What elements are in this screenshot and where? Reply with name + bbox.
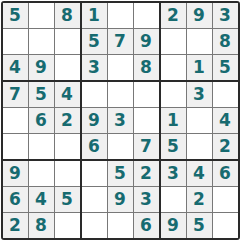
box-6: 31452 (161, 82, 238, 159)
cell-r6c7-given-digit[interactable]: 5 (161, 134, 186, 159)
cell-r2c6-given-digit[interactable]: 9 (134, 29, 159, 54)
cell-r1c9-given-digit[interactable]: 3 (213, 3, 238, 28)
cell-r7c8-given-digit[interactable]: 4 (187, 161, 212, 186)
cell-r9c7-given-digit[interactable]: 9 (161, 213, 186, 238)
cell-r6c2-empty[interactable] (29, 134, 54, 159)
cell-r4c1-given-digit[interactable]: 7 (3, 82, 28, 107)
cell-r8c9-empty[interactable] (213, 187, 238, 212)
box-3: 293815 (161, 3, 238, 80)
cell-r8c2-given-digit[interactable]: 4 (29, 187, 54, 212)
cell-r3c9-given-digit[interactable]: 5 (213, 55, 238, 80)
cell-r8c1-given-digit[interactable]: 6 (3, 187, 28, 212)
cell-r3c4-given-digit[interactable]: 3 (82, 55, 107, 80)
cell-r3c2-given-digit[interactable]: 9 (29, 55, 54, 80)
cell-r6c1-empty[interactable] (3, 134, 28, 159)
cell-r3c3-empty[interactable] (55, 55, 80, 80)
box-8: 52936 (82, 161, 159, 238)
cell-r8c3-given-digit[interactable]: 5 (55, 187, 80, 212)
cell-r1c4-given-digit[interactable]: 1 (82, 3, 107, 28)
sudoku-board: 5849157938293815754629367314529645285293… (1, 1, 240, 240)
cell-r6c8-empty[interactable] (187, 134, 212, 159)
box-5: 9367 (82, 82, 159, 159)
cell-r2c9-given-digit[interactable]: 8 (213, 29, 238, 54)
cell-r6c5-empty[interactable] (108, 134, 133, 159)
cell-r7c9-given-digit[interactable]: 6 (213, 161, 238, 186)
cell-r4c5-empty[interactable] (108, 82, 133, 107)
box-2: 157938 (82, 3, 159, 80)
cell-r2c2-empty[interactable] (29, 29, 54, 54)
cell-r4c6-empty[interactable] (134, 82, 159, 107)
cell-r2c1-empty[interactable] (3, 29, 28, 54)
box-4: 75462 (3, 82, 80, 159)
cell-r4c9-empty[interactable] (213, 82, 238, 107)
cell-r5c9-given-digit[interactable]: 4 (213, 108, 238, 133)
cell-r1c5-empty[interactable] (108, 3, 133, 28)
cell-r9c4-empty[interactable] (82, 213, 107, 238)
cell-r8c8-given-digit[interactable]: 2 (187, 187, 212, 212)
cell-r7c4-empty[interactable] (82, 161, 107, 186)
cell-r8c5-given-digit[interactable]: 9 (108, 187, 133, 212)
cell-r1c2-empty[interactable] (29, 3, 54, 28)
cell-r4c7-empty[interactable] (161, 82, 186, 107)
cell-r9c6-given-digit[interactable]: 6 (134, 213, 159, 238)
cell-r2c5-given-digit[interactable]: 7 (108, 29, 133, 54)
cell-r3c5-empty[interactable] (108, 55, 133, 80)
cell-r2c4-given-digit[interactable]: 5 (82, 29, 107, 54)
cell-r6c3-empty[interactable] (55, 134, 80, 159)
cell-r5c4-given-digit[interactable]: 9 (82, 108, 107, 133)
cell-r4c8-given-digit[interactable]: 3 (187, 82, 212, 107)
cell-r3c8-given-digit[interactable]: 1 (187, 55, 212, 80)
cell-r9c3-empty[interactable] (55, 213, 80, 238)
cell-r9c2-given-digit[interactable]: 8 (29, 213, 54, 238)
cell-r2c7-empty[interactable] (161, 29, 186, 54)
cell-r5c7-given-digit[interactable]: 1 (161, 108, 186, 133)
cell-r2c8-empty[interactable] (187, 29, 212, 54)
cell-r1c8-given-digit[interactable]: 9 (187, 3, 212, 28)
cell-r3c6-given-digit[interactable]: 8 (134, 55, 159, 80)
cell-r5c1-empty[interactable] (3, 108, 28, 133)
cell-r1c1-given-digit[interactable]: 5 (3, 3, 28, 28)
cell-r4c3-given-digit[interactable]: 4 (55, 82, 80, 107)
cell-r9c1-given-digit[interactable]: 2 (3, 213, 28, 238)
cell-r7c5-given-digit[interactable]: 5 (108, 161, 133, 186)
cell-r4c2-given-digit[interactable]: 5 (29, 82, 54, 107)
cell-r1c6-empty[interactable] (134, 3, 159, 28)
sudoku-page: 5849157938293815754629367314529645285293… (0, 0, 240, 240)
cell-r9c8-given-digit[interactable]: 5 (187, 213, 212, 238)
cell-r5c5-given-digit[interactable]: 3 (108, 108, 133, 133)
cell-r5c2-given-digit[interactable]: 6 (29, 108, 54, 133)
cell-r6c9-given-digit[interactable]: 2 (213, 134, 238, 159)
cell-r5c8-empty[interactable] (187, 108, 212, 133)
box-9: 346295 (161, 161, 238, 238)
cell-r5c3-given-digit[interactable]: 2 (55, 108, 80, 133)
cell-r1c3-given-digit[interactable]: 8 (55, 3, 80, 28)
cell-r5c6-empty[interactable] (134, 108, 159, 133)
cell-r7c3-empty[interactable] (55, 161, 80, 186)
cell-r4c4-empty[interactable] (82, 82, 107, 107)
cell-r7c1-given-digit[interactable]: 9 (3, 161, 28, 186)
cell-r7c2-empty[interactable] (29, 161, 54, 186)
cell-r7c6-given-digit[interactable]: 2 (134, 161, 159, 186)
cell-r8c6-given-digit[interactable]: 3 (134, 187, 159, 212)
cell-r8c4-empty[interactable] (82, 187, 107, 212)
cell-r1c7-given-digit[interactable]: 2 (161, 3, 186, 28)
cell-r6c6-given-digit[interactable]: 7 (134, 134, 159, 159)
cell-r9c5-empty[interactable] (108, 213, 133, 238)
cell-r2c3-empty[interactable] (55, 29, 80, 54)
cell-r3c7-empty[interactable] (161, 55, 186, 80)
cell-r6c4-given-digit[interactable]: 6 (82, 134, 107, 159)
box-1: 5849 (3, 3, 80, 80)
cell-r3c1-given-digit[interactable]: 4 (3, 55, 28, 80)
cell-r8c7-empty[interactable] (161, 187, 186, 212)
cell-r9c9-empty[interactable] (213, 213, 238, 238)
box-7: 964528 (3, 161, 80, 238)
cell-r7c7-given-digit[interactable]: 3 (161, 161, 186, 186)
